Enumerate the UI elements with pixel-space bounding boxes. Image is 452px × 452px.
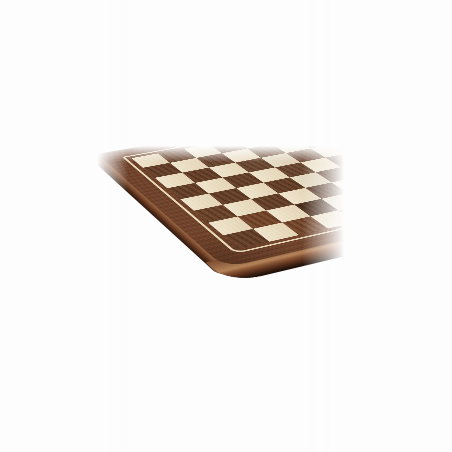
- chess-board: [97, 112, 452, 268]
- product-photo-stage: [0, 0, 452, 452]
- scene: [0, 0, 452, 452]
- board-top-face: [97, 112, 452, 268]
